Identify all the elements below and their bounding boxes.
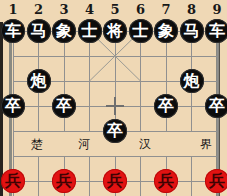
piece-black-soldier[interactable]: 卒 bbox=[52, 94, 76, 118]
file-label-8: 8 bbox=[187, 2, 196, 17]
river-text-he: 河 bbox=[78, 138, 90, 151]
file-label-5: 5 bbox=[110, 2, 119, 17]
piece-black-advisor[interactable]: 士 bbox=[78, 19, 102, 43]
piece-black-cannon[interactable]: 炮 bbox=[27, 69, 51, 93]
piece-black-soldier[interactable]: 卒 bbox=[205, 94, 227, 118]
piece-black-cannon[interactable]: 炮 bbox=[180, 69, 204, 93]
file-label-6: 6 bbox=[136, 2, 145, 17]
piece-red-soldier[interactable]: 兵 bbox=[103, 169, 127, 193]
river-text-jie: 界 bbox=[200, 138, 212, 151]
file-label-4: 4 bbox=[85, 2, 94, 17]
piece-black-elephant[interactable]: 象 bbox=[154, 19, 178, 43]
piece-black-soldier[interactable]: 卒 bbox=[154, 94, 178, 118]
piece-black-horse[interactable]: 马 bbox=[180, 19, 204, 43]
piece-black-chariot[interactable]: 车 bbox=[1, 19, 25, 43]
river-text-han: 汉 bbox=[139, 138, 151, 151]
piece-red-soldier[interactable]: 兵 bbox=[52, 169, 76, 193]
piece-black-general[interactable]: 将 bbox=[103, 19, 127, 43]
piece-black-chariot[interactable]: 车 bbox=[205, 19, 227, 43]
file-label-7: 7 bbox=[161, 2, 170, 17]
piece-black-horse[interactable]: 马 bbox=[27, 19, 51, 43]
piece-black-soldier[interactable]: 卒 bbox=[1, 94, 25, 118]
piece-black-advisor[interactable]: 士 bbox=[129, 19, 153, 43]
xiangqi-board[interactable]: 1 2 3 4 5 6 7 8 9 楚 河 汉 界 车马象士将士象马车炮炮卒卒卒… bbox=[0, 0, 227, 196]
river-text-chu: 楚 bbox=[31, 138, 43, 151]
file-label-1: 1 bbox=[8, 2, 17, 17]
piece-black-soldier[interactable]: 卒 bbox=[103, 119, 127, 143]
file-label-3: 3 bbox=[59, 2, 68, 17]
piece-red-soldier[interactable]: 兵 bbox=[205, 169, 227, 193]
file-label-2: 2 bbox=[34, 2, 43, 17]
piece-black-elephant[interactable]: 象 bbox=[52, 19, 76, 43]
piece-red-soldier[interactable]: 兵 bbox=[154, 169, 178, 193]
file-label-9: 9 bbox=[212, 2, 221, 17]
piece-red-soldier[interactable]: 兵 bbox=[1, 169, 25, 193]
